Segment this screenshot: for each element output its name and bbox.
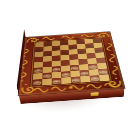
product-photo-scene: ⛂⛂⛂⛂⛂⛂⛂⛂⛂⛂⛂⛂⛂⛂⛂⛂⛂⛂⛂⛂⛂⛂⛂⛂ bbox=[0, 0, 140, 140]
square-c1[interactable]: ⛂ bbox=[52, 78, 62, 85]
square-a1[interactable]: ⛂ bbox=[32, 79, 42, 86]
light-piece: ⛂ bbox=[32, 79, 42, 86]
board-face: ⛂⛂⛂⛂⛂⛂⛂⛂⛂⛂⛂⛂⛂⛂⛂⛂⛂⛂⛂⛂⛂⛂⛂⛂ bbox=[19, 32, 125, 96]
board-box: ⛂⛂⛂⛂⛂⛂⛂⛂⛂⛂⛂⛂⛂⛂⛂⛂⛂⛂⛂⛂⛂⛂⛂⛂ bbox=[11, 0, 124, 96]
light-piece: ⛂ bbox=[52, 78, 62, 85]
clasp-latch[interactable] bbox=[91, 92, 99, 96]
board-box-tilt: ⛂⛂⛂⛂⛂⛂⛂⛂⛂⛂⛂⛂⛂⛂⛂⛂⛂⛂⛂⛂⛂⛂⛂⛂ bbox=[19, 32, 125, 96]
square-d1[interactable] bbox=[61, 77, 71, 84]
board-grid: ⛂⛂⛂⛂⛂⛂⛂⛂⛂⛂⛂⛂⛂⛂⛂⛂⛂⛂⛂⛂⛂⛂⛂⛂ bbox=[32, 38, 109, 86]
square-b1[interactable] bbox=[42, 78, 52, 85]
square-h1[interactable] bbox=[99, 74, 110, 81]
